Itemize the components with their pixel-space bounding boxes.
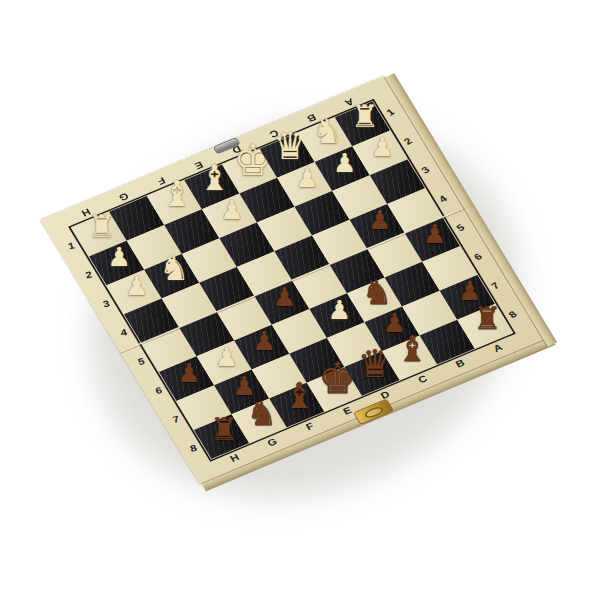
piece-white-pawn-e2: ♟ [220,197,243,223]
piece-white-pawn-b2: ♟ [333,150,356,176]
piece-white-pawn-c2: ♟ [295,165,318,191]
piece-black-pawn-g7: ♟ [232,373,255,399]
piece-black-pawn-c7: ♟ [382,310,405,336]
piece-white-pawn-d6: ♟ [327,297,350,323]
piece-white-pawn-h3: ♟ [124,273,147,299]
piece-black-pawn-f6: ♟ [252,328,275,354]
piece-black-pawn-b4: ♟ [368,207,391,233]
piece-white-pawn-a2: ♟ [370,134,393,160]
piece-white-pawn-h2: ♟ [107,244,130,270]
piece-black-pawn-h6: ♟ [177,360,200,386]
piece-black-pawn-a7: ♟ [458,278,481,304]
piece-white-pawn-g6: ♟ [214,344,237,370]
product-photo-stage: HGFEDCBA HGFEDCBA 12345678 12345678 ♜♝♝♚… [0,0,600,600]
folding-chess-board: HGFEDCBA HGFEDCBA 12345678 12345678 ♜♝♝♚… [40,76,544,485]
